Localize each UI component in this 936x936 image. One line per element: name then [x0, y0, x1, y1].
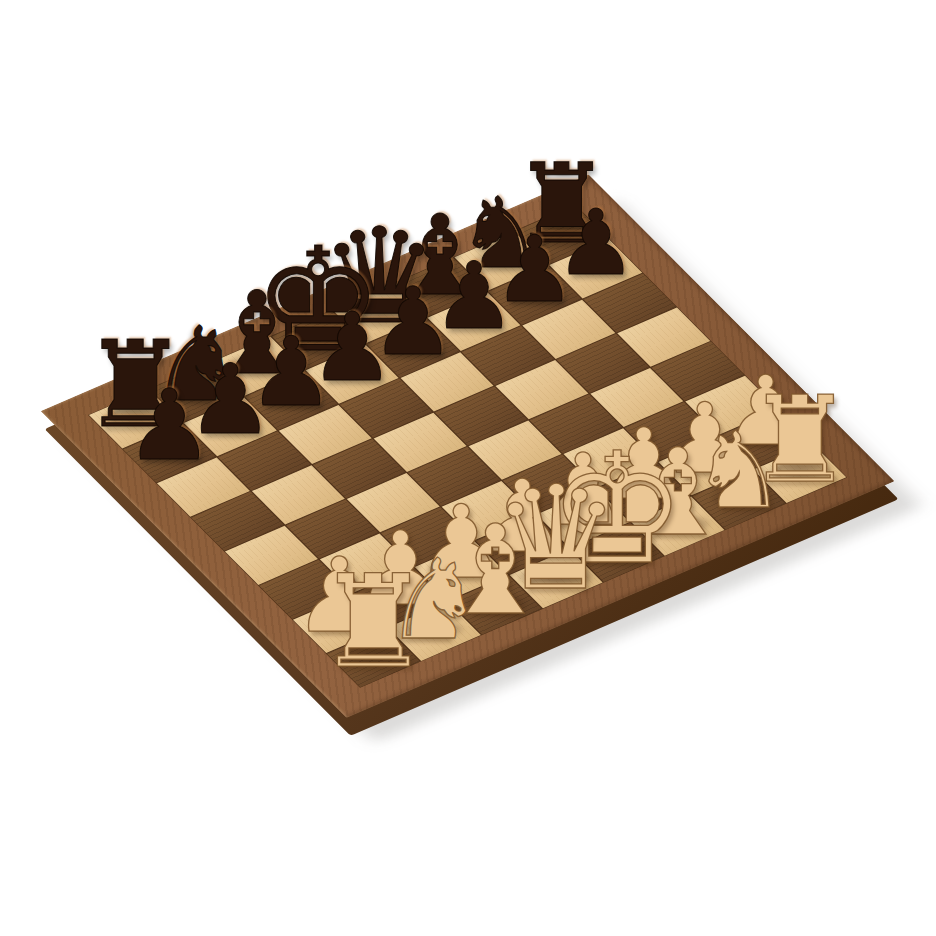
piece-white-rook-a1[interactable]: ♜ [316, 558, 431, 686]
pieces-layer: ♜♞♝♚♛♝♞♜♟♟♟♟♟♟♟♟♟♟♟♟♟♟♟♟♜♞♝♛♚♝♞♜ [0, 0, 936, 936]
chess-set-photo: ♜♞♝♚♛♝♞♜♟♟♟♟♟♟♟♟♟♟♟♟♟♟♟♟♜♞♝♛♚♝♞♜ [0, 0, 936, 936]
piece-black-pawn-a7[interactable]: ♟ [126, 377, 214, 475]
